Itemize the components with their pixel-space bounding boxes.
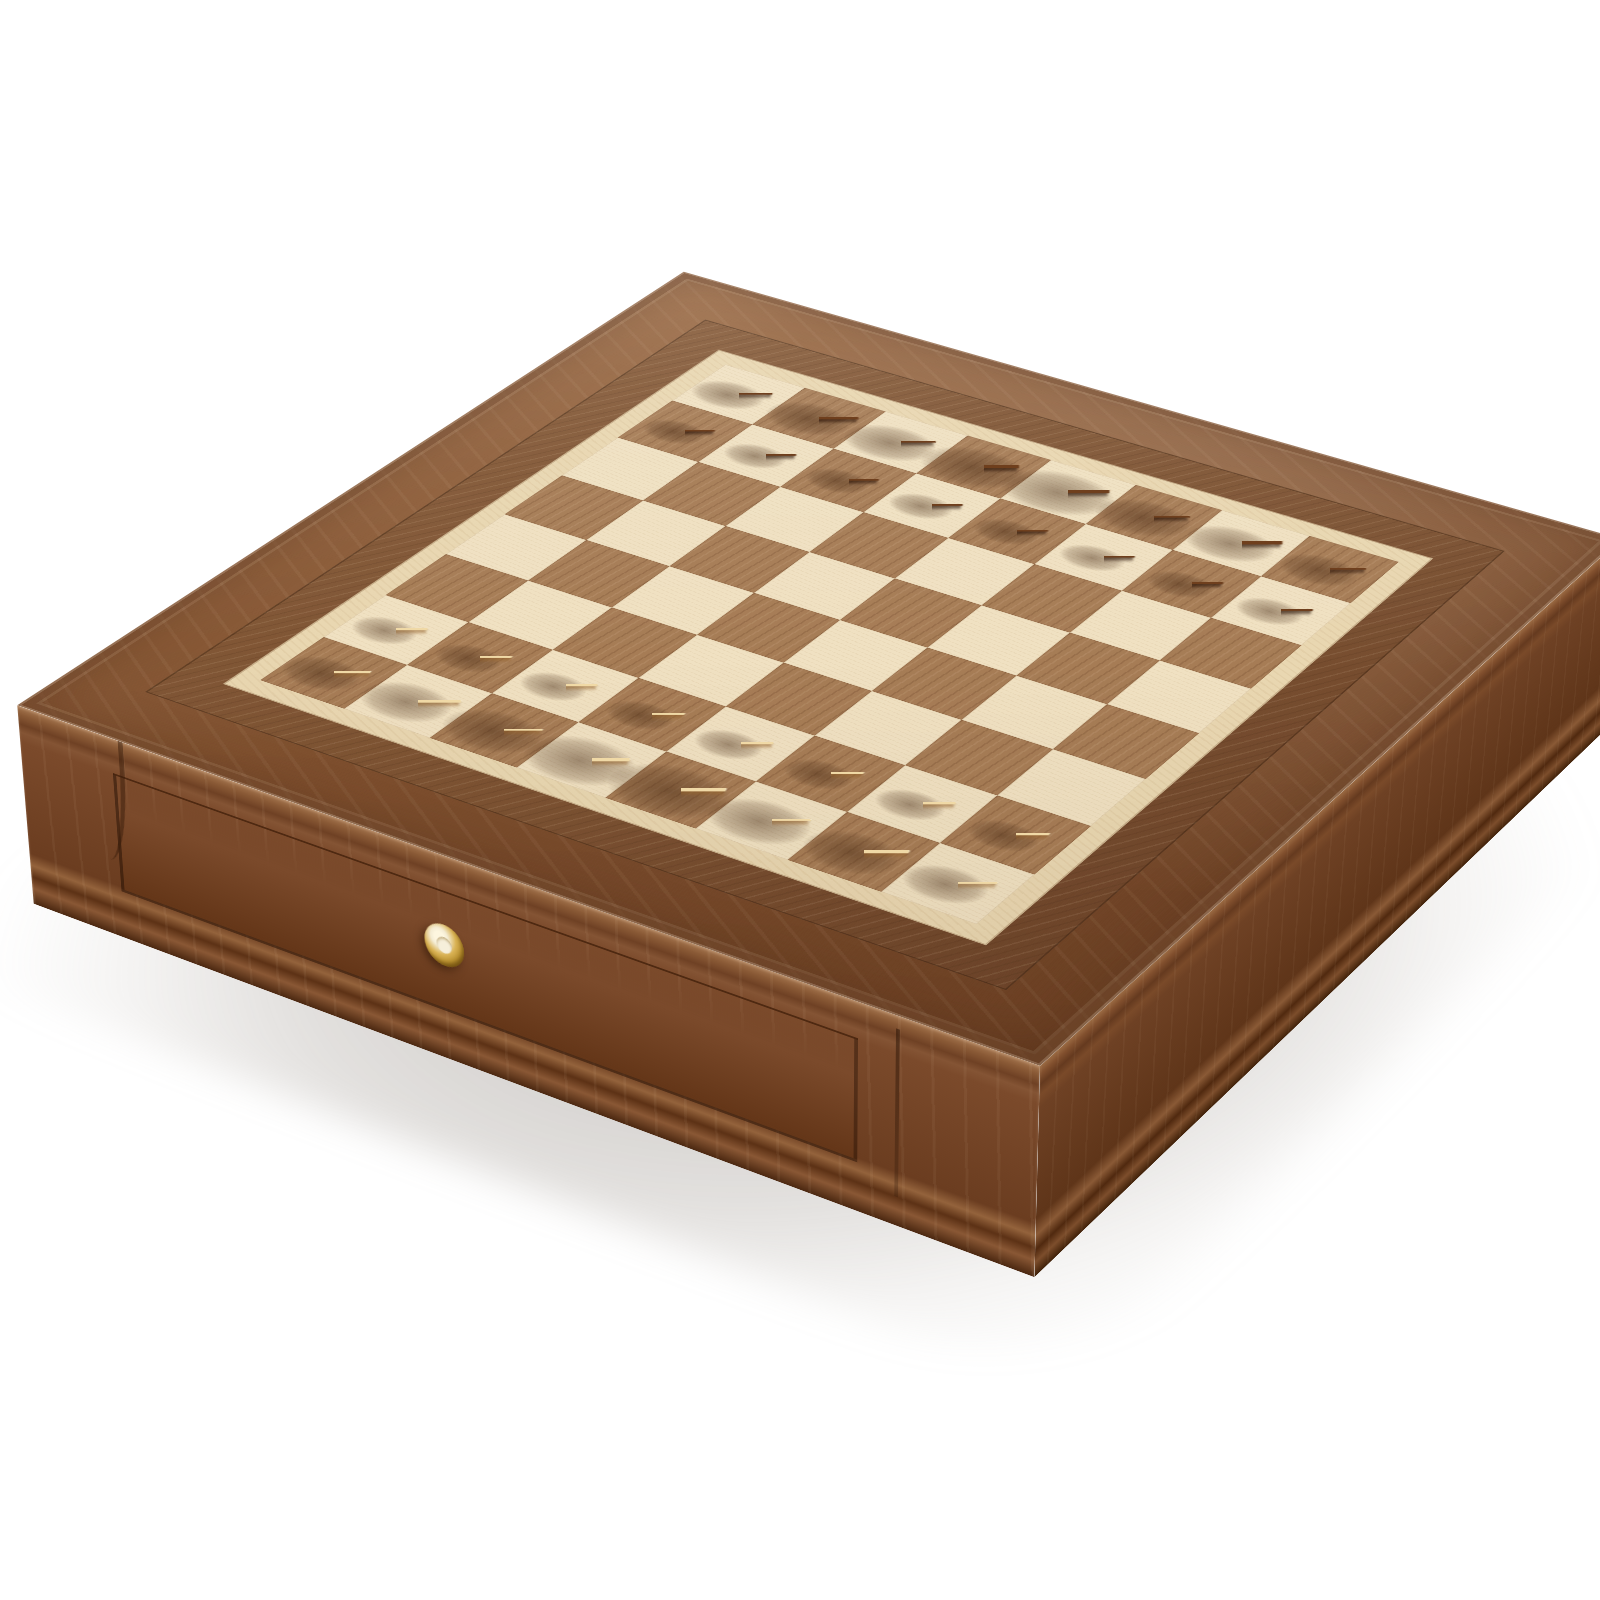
photo-backdrop: ♜♞♝♛♚♝♞♜♟♟♟♟♟♟♟♟♟♟♟♟♟♟♟♟♜♞♝♛♚♝♞♜ — [0, 0, 1600, 1600]
chess-box: ♜♞♝♛♚♝♞♜♟♟♟♟♟♟♟♟♟♟♟♟♟♟♟♟♜♞♝♛♚♝♞♜ — [17, 272, 1600, 1066]
drawer-seam — [894, 1028, 900, 1197]
scene: ♜♞♝♛♚♝♞♜♟♟♟♟♟♟♟♟♟♟♟♟♟♟♟♟♜♞♝♛♚♝♞♜ — [0, 0, 1600, 1600]
